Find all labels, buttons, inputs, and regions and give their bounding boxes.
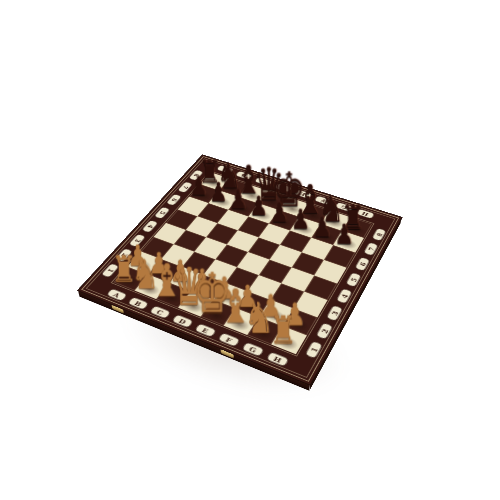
black-pawn-h7[interactable]: ♟ [319,221,369,249]
board-scene: AABBCCDDEEFFGGHH1122334455667788 ♜♞♝♛♚♝♞… [128,132,368,372]
rank-label-6-left: 6 [166,194,181,206]
rank-label-6-right: 6 [355,257,370,271]
rank-label-4-left: 4 [142,220,158,232]
rank-label-5-right: 5 [346,273,361,287]
file-label-h-near: H [267,352,289,366]
rank-label-5-left: 5 [154,207,170,219]
rank-label-4-right: 4 [336,289,352,304]
photo-stage: AABBCCDDEEFFGGHH1122334455667788 ♜♞♝♛♚♝♞… [0,0,500,500]
rank-label-3-right: 3 [327,305,343,321]
white-rook-h1[interactable]: ♜ [255,311,312,350]
